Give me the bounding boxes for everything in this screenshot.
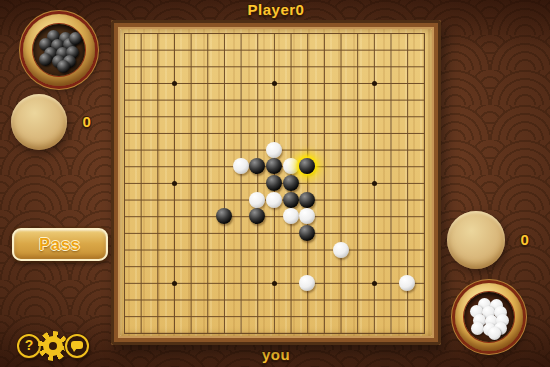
hoshi-point [372, 181, 377, 186]
hoshi-point [172, 281, 177, 286]
black-stone [283, 192, 299, 208]
white-stone [233, 158, 249, 174]
hoshi-point [272, 281, 277, 286]
white-stone [283, 208, 299, 224]
white-bowl-cavity [464, 292, 514, 342]
black-bowl-stone [39, 53, 52, 66]
black-stone [216, 208, 232, 224]
black-capture-lid [11, 94, 67, 150]
white-stone [299, 275, 315, 291]
settings-button[interactable] [38, 331, 68, 361]
chat-button[interactable] [65, 334, 89, 358]
black-stone [283, 175, 299, 191]
black-stone [299, 158, 315, 174]
white-stone [283, 158, 299, 174]
board-grid[interactable] [124, 33, 425, 334]
black-stone [249, 208, 265, 224]
white-stone [266, 192, 282, 208]
white-capture-lid [447, 211, 505, 269]
hoshi-point [172, 81, 177, 86]
white-stone [399, 275, 415, 291]
white-stone [333, 242, 349, 258]
hoshi-point [372, 281, 377, 286]
opponent-name-label: Player0 [111, 1, 441, 18]
pass-button[interactable]: Pass [12, 228, 108, 261]
black-stone [249, 158, 265, 174]
go-board[interactable] [111, 20, 441, 345]
white-stone [249, 192, 265, 208]
black-capture-count: 0 [77, 113, 97, 130]
black-stone [299, 192, 315, 208]
chat-bubble-icon [71, 341, 83, 349]
black-bowl-stone [57, 60, 70, 73]
white-stone-bowl [455, 283, 523, 351]
question-mark-icon: ? [25, 337, 34, 353]
hoshi-point [172, 181, 177, 186]
black-stone-bowl [23, 14, 95, 86]
white-stone [266, 142, 282, 158]
white-bowl-stone [471, 322, 484, 335]
hoshi-point [372, 81, 377, 86]
player-name-label: you [111, 346, 441, 363]
black-stone [266, 158, 282, 174]
black-stone [299, 225, 315, 241]
white-capture-count: 0 [515, 231, 535, 248]
black-stone [266, 175, 282, 191]
black-bowl-stone [69, 32, 82, 45]
black-bowl-cavity [33, 24, 85, 76]
white-bowl-stone [488, 327, 501, 340]
white-stone [299, 208, 315, 224]
pass-button-label: Pass [39, 236, 80, 254]
hoshi-point [272, 81, 277, 86]
